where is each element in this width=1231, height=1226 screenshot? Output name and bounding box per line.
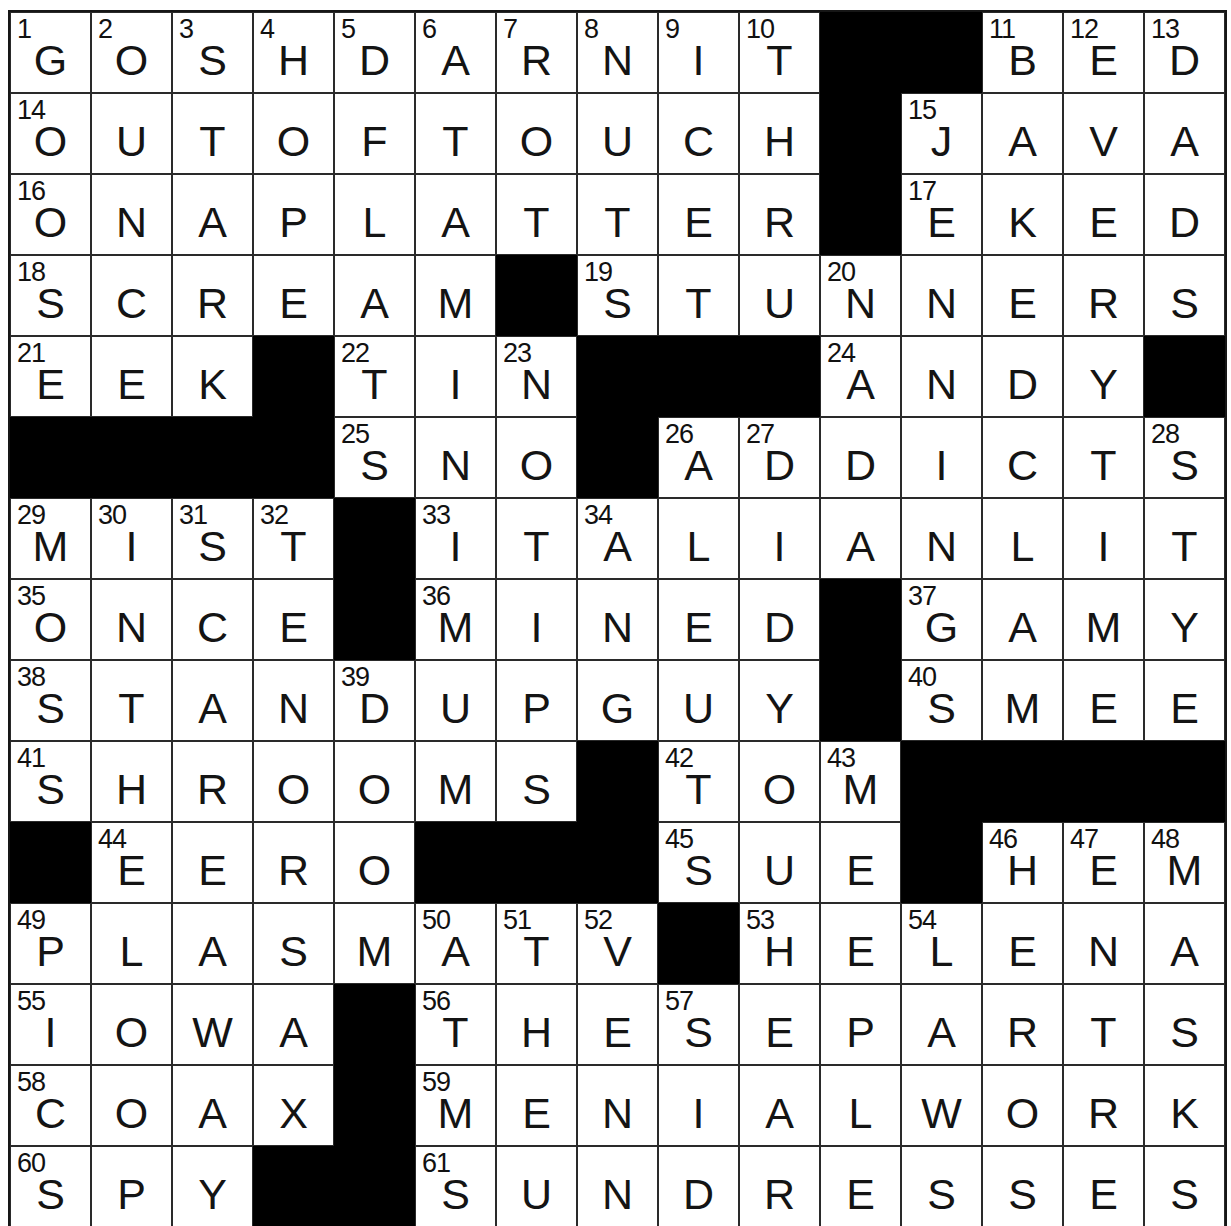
grid-cell-r3c1[interactable]: 16O [10,174,91,255]
grid-cell-r3c13[interactable]: K [982,174,1063,255]
black-cell [1063,741,1144,822]
cell-letter: F [335,119,414,163]
grid-cell-r7c15[interactable]: T [1144,498,1225,579]
cell-letter: G [11,38,90,82]
grid-cell-r13c2[interactable]: O [91,984,172,1065]
black-cell [253,417,334,498]
cell-letter: Y [1064,362,1143,406]
cell-letter: N [821,281,900,325]
grid-cell-r10c3[interactable]: R [172,741,253,822]
cell-letter: A [659,443,738,487]
cell-letter: S [659,848,738,892]
cell-letter: S [983,1172,1062,1216]
cell-letter: S [254,929,333,973]
cell-letter: A [173,929,252,973]
grid-cell-r4c10[interactable]: U [739,255,820,336]
cell-letter: H [740,119,819,163]
cell-letter: K [173,362,252,406]
grid-cell-r12c2[interactable]: L [91,903,172,984]
grid-cell-r7c13[interactable]: L [982,498,1063,579]
grid-cell-r9c9[interactable]: U [658,660,739,741]
cell-letter: D [1145,200,1224,244]
grid-cell-r13c13[interactable]: R [982,984,1063,1065]
grid-cell-r14c6[interactable]: 59M [415,1065,496,1146]
grid-cell-r14c14[interactable]: R [1063,1065,1144,1146]
cell-letter: A [173,686,252,730]
cell-letter: D [335,38,414,82]
grid-cell-r7c6[interactable]: 33I [415,498,496,579]
cell-letter: S [173,524,252,568]
grid-cell-r5c14[interactable]: Y [1063,336,1144,417]
cell-letter: O [497,119,576,163]
cell-letter: N [578,605,657,649]
grid-cell-r7c7[interactable]: T [496,498,577,579]
black-cell [334,579,415,660]
grid-cell-r8c10[interactable]: D [739,579,820,660]
cell-letter: K [983,200,1062,244]
grid-cell-r2c6[interactable]: T [415,93,496,174]
cell-letter: E [1064,200,1143,244]
black-cell [658,336,739,417]
grid-cell-r6c11[interactable]: D [820,417,901,498]
cell-letter: N [254,686,333,730]
cell-letter: O [497,443,576,487]
cell-letter: A [983,605,1062,649]
grid-cell-r15c10[interactable]: R [739,1146,820,1226]
grid-cell-r6c5[interactable]: 25S [334,417,415,498]
cell-letter: E [821,848,900,892]
grid-cell-r10c11[interactable]: 43M [820,741,901,822]
cell-letter: N [416,443,495,487]
black-cell [820,174,901,255]
cell-letter: E [740,1010,819,1054]
cell-letter: D [821,443,900,487]
cell-letter: D [1145,38,1224,82]
grid-cell-r8c12[interactable]: 37G [901,579,982,660]
cell-letter: O [254,767,333,811]
grid-cell-r12c3[interactable]: A [172,903,253,984]
grid-cell-r10c4[interactable]: O [253,741,334,822]
cell-letter: M [1064,605,1143,649]
grid-cell-r14c3[interactable]: A [172,1065,253,1146]
grid-cell-r5c3[interactable]: K [172,336,253,417]
black-cell [172,417,253,498]
grid-cell-r7c9[interactable]: L [658,498,739,579]
cell-letter: M [11,524,90,568]
grid-cell-r7c2[interactable]: 30I [91,498,172,579]
grid-cell-r11c10[interactable]: U [739,822,820,903]
grid-cell-r1c1[interactable]: 1G [10,12,91,93]
grid-cell-r14c8[interactable]: N [577,1065,658,1146]
grid-cell-r15c13[interactable]: S [982,1146,1063,1226]
grid-cell-r2c7[interactable]: O [496,93,577,174]
grid-cell-r15c2[interactable]: P [91,1146,172,1226]
crossword-grid: 1G2O3S4H5D6A7R8N9I10T11B12E13D14OUTOFTOU… [8,10,1227,1226]
grid-cell-r1c15[interactable]: 13D [1144,12,1225,93]
grid-cell-r12c1[interactable]: 49P [10,903,91,984]
black-cell [739,336,820,417]
cell-letter: S [11,686,90,730]
grid-cell-r8c7[interactable]: I [496,579,577,660]
grid-cell-r10c9[interactable]: 42T [658,741,739,822]
grid-cell-r2c8[interactable]: U [577,93,658,174]
cell-letter: L [902,929,981,973]
black-cell [1144,336,1225,417]
grid-cell-r13c3[interactable]: W [172,984,253,1065]
cell-letter: Y [1145,605,1224,649]
grid-cell-r3c10[interactable]: R [739,174,820,255]
grid-cell-r15c14[interactable]: E [1063,1146,1144,1226]
cell-letter: S [11,281,90,325]
grid-cell-r3c15[interactable]: D [1144,174,1225,255]
cell-letter: T [1064,443,1143,487]
grid-cell-r2c9[interactable]: C [658,93,739,174]
cell-letter: M [416,1091,495,1135]
cell-letter: E [578,1010,657,1054]
grid-cell-r8c15[interactable]: Y [1144,579,1225,660]
grid-cell-r9c13[interactable]: M [982,660,1063,741]
grid-cell-r13c11[interactable]: P [820,984,901,1065]
grid-cell-r6c9[interactable]: 26A [658,417,739,498]
grid-cell-r6c14[interactable]: T [1063,417,1144,498]
grid-cell-r10c6[interactable]: M [415,741,496,822]
cell-letter: D [659,1172,738,1216]
cell-letter: H [497,1010,576,1054]
grid-cell-r3c3[interactable]: A [172,174,253,255]
grid-cell-r3c8[interactable]: T [577,174,658,255]
grid-cell-r15c15[interactable]: S [1144,1146,1225,1226]
grid-cell-r14c13[interactable]: O [982,1065,1063,1146]
grid-cell-r9c8[interactable]: G [577,660,658,741]
cell-letter: T [497,524,576,568]
grid-cell-r12c14[interactable]: N [1063,903,1144,984]
grid-cell-r2c10[interactable]: H [739,93,820,174]
cell-letter: U [497,1172,576,1216]
grid-cell-r9c4[interactable]: N [253,660,334,741]
cell-letter: T [740,38,819,82]
grid-cell-r12c11[interactable]: E [820,903,901,984]
grid-cell-r13c6[interactable]: 56T [415,984,496,1065]
grid-cell-r1c7[interactable]: 7R [496,12,577,93]
cell-letter: S [11,767,90,811]
cell-letter: C [983,443,1062,487]
cell-letter: L [659,524,738,568]
grid-cell-r10c1[interactable]: 41S [10,741,91,822]
cell-letter: E [1064,848,1143,892]
grid-cell-r8c3[interactable]: C [172,579,253,660]
grid-cell-r2c5[interactable]: F [334,93,415,174]
grid-cell-r11c14[interactable]: 47E [1063,822,1144,903]
cell-letter: R [173,281,252,325]
grid-cell-r8c9[interactable]: E [658,579,739,660]
grid-cell-r4c6[interactable]: M [415,255,496,336]
grid-cell-r5c6[interactable]: I [415,336,496,417]
grid-cell-r12c6[interactable]: 50A [415,903,496,984]
grid-cell-r2c15[interactable]: A [1144,93,1225,174]
grid-cell-r14c10[interactable]: A [739,1065,820,1146]
cell-letter: M [416,281,495,325]
cell-letter: U [92,119,171,163]
grid-cell-r13c15[interactable]: S [1144,984,1225,1065]
grid-cell-r9c15[interactable]: E [1144,660,1225,741]
cell-letter: G [902,605,981,649]
grid-cell-r2c3[interactable]: T [172,93,253,174]
grid-cell-r7c12[interactable]: N [901,498,982,579]
grid-cell-r6c6[interactable]: N [415,417,496,498]
grid-cell-r7c14[interactable]: I [1063,498,1144,579]
cell-letter: O [92,38,171,82]
grid-cell-r7c8[interactable]: 34A [577,498,658,579]
grid-cell-r8c4[interactable]: E [253,579,334,660]
cell-letter: M [983,686,1062,730]
grid-cell-r14c15[interactable]: K [1144,1065,1225,1146]
cell-letter: E [1064,686,1143,730]
grid-cell-r1c9[interactable]: 9I [658,12,739,93]
grid-cell-r3c9[interactable]: E [658,174,739,255]
grid-cell-r6c13[interactable]: C [982,417,1063,498]
grid-cell-r8c14[interactable]: M [1063,579,1144,660]
cell-letter: N [497,362,576,406]
grid-cell-r12c8[interactable]: 52V [577,903,658,984]
cell-letter: I [740,524,819,568]
cell-letter: D [335,686,414,730]
grid-cell-r14c7[interactable]: E [496,1065,577,1146]
grid-cell-r12c12[interactable]: 54L [901,903,982,984]
grid-cell-r6c12[interactable]: I [901,417,982,498]
grid-cell-r2c1[interactable]: 14O [10,93,91,174]
black-cell [577,336,658,417]
grid-cell-r13c10[interactable]: E [739,984,820,1065]
grid-cell-r14c4[interactable]: X [253,1065,334,1146]
grid-cell-r2c2[interactable]: U [91,93,172,174]
cell-letter: P [92,1172,171,1216]
grid-cell-r9c5[interactable]: 39D [334,660,415,741]
grid-cell-r4c4[interactable]: E [253,255,334,336]
grid-cell-r10c5[interactable]: O [334,741,415,822]
grid-cell-r11c3[interactable]: E [172,822,253,903]
grid-cell-r15c8[interactable]: N [577,1146,658,1226]
grid-cell-r1c5[interactable]: 5D [334,12,415,93]
grid-cell-r4c12[interactable]: N [901,255,982,336]
black-cell [334,1065,415,1146]
grid-cell-r13c7[interactable]: H [496,984,577,1065]
grid-cell-r4c2[interactable]: C [91,255,172,336]
cell-letter: T [254,524,333,568]
grid-cell-r7c1[interactable]: 29M [10,498,91,579]
grid-cell-r1c6[interactable]: 6A [415,12,496,93]
cell-letter: N [92,200,171,244]
cell-letter: E [983,281,1062,325]
grid-cell-r7c11[interactable]: A [820,498,901,579]
cell-letter: O [740,767,819,811]
grid-cell-r9c14[interactable]: E [1063,660,1144,741]
grid-cell-r2c12[interactable]: 15J [901,93,982,174]
grid-cell-r9c2[interactable]: T [91,660,172,741]
cell-letter: R [740,1172,819,1216]
grid-cell-r13c8[interactable]: E [577,984,658,1065]
grid-cell-r15c1[interactable]: 60S [10,1146,91,1226]
cell-letter: B [983,38,1062,82]
grid-cell-r2c4[interactable]: O [253,93,334,174]
grid-cell-r3c4[interactable]: P [253,174,334,255]
cell-letter: I [416,524,495,568]
grid-cell-r2c14[interactable]: V [1063,93,1144,174]
grid-cell-r7c10[interactable]: I [739,498,820,579]
grid-cell-r1c2[interactable]: 2O [91,12,172,93]
grid-cell-r14c12[interactable]: W [901,1065,982,1146]
grid-cell-r12c7[interactable]: 51T [496,903,577,984]
grid-cell-r5c2[interactable]: E [91,336,172,417]
grid-cell-r2c13[interactable]: A [982,93,1063,174]
grid-cell-r11c4[interactable]: R [253,822,334,903]
cell-letter: S [659,1010,738,1054]
cell-letter: A [821,524,900,568]
grid-cell-r9c1[interactable]: 38S [10,660,91,741]
grid-cell-r12c4[interactable]: S [253,903,334,984]
grid-cell-r4c13[interactable]: E [982,255,1063,336]
grid-cell-r3c14[interactable]: E [1063,174,1144,255]
grid-cell-r13c4[interactable]: A [253,984,334,1065]
grid-cell-r6c7[interactable]: O [496,417,577,498]
grid-cell-r1c4[interactable]: 4H [253,12,334,93]
grid-cell-r1c14[interactable]: 12E [1063,12,1144,93]
cell-letter: T [416,119,495,163]
grid-cell-r8c6[interactable]: 36M [415,579,496,660]
cell-letter: S [902,1172,981,1216]
cell-letter: I [416,362,495,406]
grid-cell-r11c13[interactable]: 46H [982,822,1063,903]
grid-cell-r6c10[interactable]: 27D [739,417,820,498]
grid-cell-r3c7[interactable]: T [496,174,577,255]
cell-letter: C [11,1091,90,1135]
grid-cell-r11c2[interactable]: 44E [91,822,172,903]
grid-cell-r5c12[interactable]: N [901,336,982,417]
cell-letter: E [821,1172,900,1216]
cell-letter: E [254,605,333,649]
grid-cell-r3c5[interactable]: L [334,174,415,255]
black-cell [10,417,91,498]
grid-cell-r3c6[interactable]: A [415,174,496,255]
grid-cell-r11c15[interactable]: 48M [1144,822,1225,903]
grid-cell-r12c13[interactable]: E [982,903,1063,984]
cell-letter: T [497,929,576,973]
grid-cell-r10c10[interactable]: O [739,741,820,822]
grid-cell-r13c1[interactable]: 55I [10,984,91,1065]
cell-letter: R [740,200,819,244]
grid-cell-r7c3[interactable]: 31S [172,498,253,579]
cell-letter: O [335,767,414,811]
cell-letter: A [416,200,495,244]
grid-cell-r11c9[interactable]: 45S [658,822,739,903]
grid-cell-r9c7[interactable]: P [496,660,577,741]
cell-letter: A [821,362,900,406]
cell-letter: E [11,362,90,406]
grid-cell-r14c11[interactable]: L [820,1065,901,1146]
grid-cell-r9c3[interactable]: A [172,660,253,741]
grid-cell-r15c3[interactable]: Y [172,1146,253,1226]
grid-cell-r4c14[interactable]: R [1063,255,1144,336]
grid-cell-r15c11[interactable]: E [820,1146,901,1226]
grid-cell-r1c10[interactable]: 10T [739,12,820,93]
grid-cell-r12c5[interactable]: M [334,903,415,984]
cell-letter: A [416,929,495,973]
cell-letter: N [578,1172,657,1216]
grid-cell-r5c7[interactable]: 23N [496,336,577,417]
grid-cell-r15c7[interactable]: U [496,1146,577,1226]
grid-cell-r4c5[interactable]: A [334,255,415,336]
cell-letter: A [578,524,657,568]
cell-letter: E [254,281,333,325]
grid-cell-r10c7[interactable]: S [496,741,577,822]
grid-cell-r11c11[interactable]: E [820,822,901,903]
cell-letter: S [902,686,981,730]
cell-letter: E [659,605,738,649]
grid-cell-r12c15[interactable]: A [1144,903,1225,984]
cell-letter: C [659,119,738,163]
grid-cell-r15c9[interactable]: D [658,1146,739,1226]
grid-cell-r13c12[interactable]: A [901,984,982,1065]
grid-cell-r5c1[interactable]: 21E [10,336,91,417]
grid-cell-r4c15[interactable]: S [1144,255,1225,336]
grid-cell-r12c10[interactable]: 53H [739,903,820,984]
grid-cell-r7c4[interactable]: 32T [253,498,334,579]
cell-letter: R [983,1010,1062,1054]
grid-cell-r4c3[interactable]: R [172,255,253,336]
cell-letter: R [173,767,252,811]
grid-cell-r1c3[interactable]: 3S [172,12,253,93]
cell-letter: E [497,1091,576,1135]
grid-cell-r15c6[interactable]: 61S [415,1146,496,1226]
grid-cell-r4c1[interactable]: 18S [10,255,91,336]
cell-letter: I [659,1091,738,1135]
grid-cell-r3c2[interactable]: N [91,174,172,255]
cell-letter: O [92,1091,171,1135]
grid-cell-r9c6[interactable]: U [415,660,496,741]
grid-cell-r5c11[interactable]: 24A [820,336,901,417]
grid-cell-r8c13[interactable]: A [982,579,1063,660]
grid-cell-r11c5[interactable]: O [334,822,415,903]
grid-cell-r14c1[interactable]: 58C [10,1065,91,1146]
cell-letter: U [740,281,819,325]
grid-cell-r1c8[interactable]: 8N [577,12,658,93]
grid-cell-r8c1[interactable]: 35O [10,579,91,660]
grid-cell-r4c11[interactable]: 20N [820,255,901,336]
grid-cell-r1c13[interactable]: 11B [982,12,1063,93]
black-cell [820,12,901,93]
grid-cell-r8c2[interactable]: N [91,579,172,660]
cell-letter: T [659,281,738,325]
grid-cell-r4c8[interactable]: 19S [577,255,658,336]
grid-cell-r13c14[interactable]: T [1063,984,1144,1065]
grid-cell-r5c13[interactable]: D [982,336,1063,417]
grid-cell-r8c8[interactable]: N [577,579,658,660]
cell-letter: T [92,686,171,730]
grid-cell-r3c12[interactable]: 17E [901,174,982,255]
grid-cell-r13c9[interactable]: 57S [658,984,739,1065]
grid-cell-r14c2[interactable]: O [91,1065,172,1146]
grid-cell-r5c5[interactable]: 22T [334,336,415,417]
grid-cell-r14c9[interactable]: I [658,1065,739,1146]
grid-cell-r9c10[interactable]: Y [739,660,820,741]
grid-cell-r10c2[interactable]: H [91,741,172,822]
grid-cell-r4c9[interactable]: T [658,255,739,336]
grid-cell-r9c12[interactable]: 40S [901,660,982,741]
cell-letter: S [497,767,576,811]
grid-cell-r6c15[interactable]: 28S [1144,417,1225,498]
cell-letter: S [416,1172,495,1216]
grid-cell-r15c12[interactable]: S [901,1146,982,1226]
cell-letter: H [740,929,819,973]
